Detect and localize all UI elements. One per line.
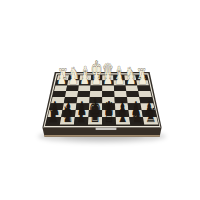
piece-white-pawn-d2: ♟ [103,69,113,88]
board-side-base [44,135,160,137]
piece-black-king-e8: ♚ [89,92,102,130]
piece-white-pawn-a2: ♟ [138,69,148,88]
chess-board: ♜♞♝♚♛♝♞♜♟♟♟♟♟♟♟♟♟♟♟♟♟♟♟♟♜♞♝♚♛♝♞♜ [0,0,200,200]
piece-white-pawn-c2: ♟ [115,69,125,88]
piece-black-rook-h8: ♜ [47,105,59,127]
piece-black-knight-b8: ♞ [131,101,143,127]
piece-white-pawn-b2: ♟ [126,69,136,88]
piece-black-bishop-c8: ♝ [117,99,129,129]
piece-white-pawn-f2: ♟ [80,69,90,88]
piece-white-pawn-g2: ♟ [68,69,78,88]
chess-set: ♜♞♝♚♛♝♞♜♟♟♟♟♟♟♟♟♟♟♟♟♟♟♟♟♜♞♝♚♛♝♞♜ [0,0,200,200]
piece-white-pawn-h2: ♟ [57,69,67,88]
photo-stage: ♜♞♝♚♛♝♞♜♟♟♟♟♟♟♟♟♟♟♟♟♟♟♟♟♜♞♝♚♛♝♞♜ [0,0,200,200]
piece-black-rook-a8: ♜ [145,105,157,127]
piece-black-queen-d8: ♛ [103,96,116,129]
piece-white-pawn-e2: ♟ [91,69,101,88]
piece-black-bishop-f8: ♝ [75,99,87,129]
piece-black-knight-g8: ♞ [61,101,73,127]
